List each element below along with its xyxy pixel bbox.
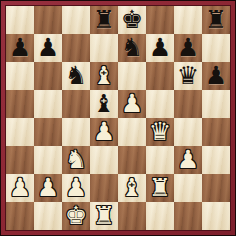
square-g6[interactable]: ♛ — [174, 62, 202, 90]
white-bishop: ♝ — [93, 63, 115, 88]
white-pawn: ♟ — [37, 175, 59, 200]
square-b7[interactable]: ♟ — [34, 34, 62, 62]
square-b5[interactable] — [34, 90, 62, 118]
white-bishop: ♝ — [121, 175, 143, 200]
square-c4[interactable] — [62, 118, 90, 146]
black-pawn: ♟ — [37, 35, 59, 60]
square-f5[interactable] — [146, 90, 174, 118]
square-a8[interactable] — [6, 6, 34, 34]
board-frame: ♜♚♜♟♟♞♟♟♞♝♛♟♝♟♟♛♞♟♟♟♟♝♜♚♜ — [0, 0, 236, 236]
square-g7[interactable]: ♟ — [174, 34, 202, 62]
square-f2[interactable]: ♜ — [146, 174, 174, 202]
square-h6[interactable]: ♟ — [202, 62, 230, 90]
square-h4[interactable] — [202, 118, 230, 146]
square-f8[interactable] — [146, 6, 174, 34]
square-e6[interactable] — [118, 62, 146, 90]
white-pawn: ♟ — [93, 119, 115, 144]
black-knight: ♞ — [65, 63, 87, 88]
black-pawn: ♟ — [9, 35, 31, 60]
square-f3[interactable] — [146, 146, 174, 174]
white-pawn: ♟ — [65, 175, 87, 200]
black-knight: ♞ — [121, 35, 143, 60]
square-b8[interactable] — [34, 6, 62, 34]
square-e4[interactable] — [118, 118, 146, 146]
square-d3[interactable] — [90, 146, 118, 174]
square-g5[interactable] — [174, 90, 202, 118]
square-a6[interactable] — [6, 62, 34, 90]
white-queen: ♛ — [149, 119, 171, 144]
square-b6[interactable] — [34, 62, 62, 90]
square-e8[interactable]: ♚ — [118, 6, 146, 34]
square-e7[interactable]: ♞ — [118, 34, 146, 62]
square-h7[interactable] — [202, 34, 230, 62]
square-e5[interactable]: ♟ — [118, 90, 146, 118]
square-d8[interactable]: ♜ — [90, 6, 118, 34]
square-a3[interactable] — [6, 146, 34, 174]
square-h8[interactable]: ♜ — [202, 6, 230, 34]
square-c2[interactable]: ♟ — [62, 174, 90, 202]
square-c3[interactable]: ♞ — [62, 146, 90, 174]
square-f7[interactable]: ♟ — [146, 34, 174, 62]
square-c7[interactable] — [62, 34, 90, 62]
square-d1[interactable]: ♜ — [90, 202, 118, 230]
white-pawn: ♟ — [9, 175, 31, 200]
white-king: ♚ — [65, 203, 87, 228]
square-b1[interactable] — [34, 202, 62, 230]
square-g1[interactable] — [174, 202, 202, 230]
white-rook: ♜ — [149, 175, 171, 200]
white-rook: ♜ — [93, 203, 115, 228]
board-inner-edge: ♜♚♜♟♟♞♟♟♞♝♛♟♝♟♟♛♞♟♟♟♟♝♜♚♜ — [5, 5, 231, 231]
square-b3[interactable] — [34, 146, 62, 174]
black-bishop: ♝ — [93, 91, 115, 116]
square-a7[interactable]: ♟ — [6, 34, 34, 62]
square-g8[interactable] — [174, 6, 202, 34]
black-pawn: ♟ — [205, 63, 227, 88]
square-g2[interactable] — [174, 174, 202, 202]
square-b2[interactable]: ♟ — [34, 174, 62, 202]
square-d7[interactable] — [90, 34, 118, 62]
black-king: ♚ — [121, 7, 143, 32]
square-f1[interactable] — [146, 202, 174, 230]
square-e1[interactable] — [118, 202, 146, 230]
white-pawn: ♟ — [177, 147, 199, 172]
square-a1[interactable] — [6, 202, 34, 230]
square-f4[interactable]: ♛ — [146, 118, 174, 146]
square-h3[interactable] — [202, 146, 230, 174]
square-h5[interactable] — [202, 90, 230, 118]
square-e3[interactable] — [118, 146, 146, 174]
square-a4[interactable] — [6, 118, 34, 146]
square-d5[interactable]: ♝ — [90, 90, 118, 118]
white-pawn: ♟ — [121, 91, 143, 116]
square-d4[interactable]: ♟ — [90, 118, 118, 146]
square-h2[interactable] — [202, 174, 230, 202]
square-a5[interactable] — [6, 90, 34, 118]
square-a2[interactable]: ♟ — [6, 174, 34, 202]
black-queen: ♛ — [177, 63, 199, 88]
square-g4[interactable] — [174, 118, 202, 146]
white-knight: ♞ — [65, 147, 87, 172]
square-g3[interactable]: ♟ — [174, 146, 202, 174]
square-h1[interactable] — [202, 202, 230, 230]
square-c5[interactable] — [62, 90, 90, 118]
chess-board: ♜♚♜♟♟♞♟♟♞♝♛♟♝♟♟♛♞♟♟♟♟♝♜♚♜ — [6, 6, 230, 230]
square-c8[interactable] — [62, 6, 90, 34]
black-rook: ♜ — [205, 7, 227, 32]
square-c1[interactable]: ♚ — [62, 202, 90, 230]
square-d2[interactable] — [90, 174, 118, 202]
square-b4[interactable] — [34, 118, 62, 146]
black-pawn: ♟ — [177, 35, 199, 60]
square-d6[interactable]: ♝ — [90, 62, 118, 90]
black-rook: ♜ — [93, 7, 115, 32]
square-e2[interactable]: ♝ — [118, 174, 146, 202]
square-c6[interactable]: ♞ — [62, 62, 90, 90]
black-pawn: ♟ — [149, 35, 171, 60]
square-f6[interactable] — [146, 62, 174, 90]
